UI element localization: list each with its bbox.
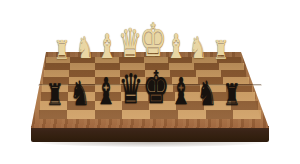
board-square	[44, 70, 69, 77]
black-bishop-piece: ♝	[170, 73, 192, 110]
board-square	[221, 70, 246, 77]
white-rook-piece: ♜	[54, 37, 69, 63]
black-queen-piece: ♛	[119, 69, 143, 110]
chess-set-photo: ♜♞♝♛♚♝♞♜♜♞♝♛♚♝♞♜	[0, 0, 300, 164]
white-knight-piece: ♞	[76, 33, 94, 63]
black-rook-piece: ♜	[46, 80, 64, 110]
black-knight-piece: ♞	[70, 76, 90, 110]
white-bishop-piece: ♝	[166, 29, 186, 63]
black-king-piece: ♚	[143, 65, 170, 110]
white-knight-piece: ♞	[189, 33, 207, 63]
white-rook-piece: ♜	[213, 37, 228, 63]
white-bishop-piece: ♝	[97, 29, 117, 63]
black-rook-piece: ♜	[223, 80, 241, 110]
white-king-piece: ♚	[139, 17, 166, 63]
black-knight-piece: ♞	[197, 76, 217, 110]
black-bishop-piece: ♝	[95, 73, 117, 110]
